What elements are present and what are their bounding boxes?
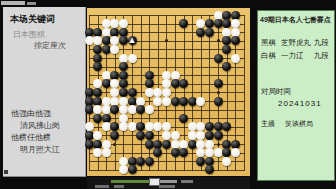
black-stone	[145, 131, 154, 140]
white-stone	[171, 131, 180, 140]
black-stone	[119, 36, 128, 45]
poem-line-1: 他强由他强	[11, 108, 51, 119]
black-stone	[222, 122, 231, 131]
black-stone	[196, 157, 205, 166]
white-stone	[93, 36, 102, 45]
last-move-marker	[129, 38, 135, 43]
keyword-title: 本场关键词	[10, 13, 55, 26]
white-stone	[93, 105, 102, 114]
poem-line-3: 他横任他横	[11, 132, 51, 143]
white-stone	[231, 148, 240, 157]
white-stone	[128, 54, 137, 63]
grid-line-h	[89, 170, 245, 171]
black-stone	[205, 28, 214, 37]
black-stone	[222, 19, 231, 28]
star-point	[113, 143, 116, 146]
black-stone	[179, 97, 188, 106]
white-stone	[222, 157, 231, 166]
white-stone	[196, 122, 205, 131]
black-stone	[119, 79, 128, 88]
white-stone	[93, 79, 102, 88]
white-stone	[110, 19, 119, 28]
black-stone	[93, 88, 102, 97]
black-stone	[214, 54, 223, 63]
keyword-item-1: 日本围棋	[13, 29, 45, 40]
black-stone	[128, 88, 137, 97]
window-chip-left[interactable]	[1, 1, 25, 5]
window-chip-right[interactable]	[27, 2, 36, 5]
keyword-item-2: 排定座次	[34, 40, 66, 51]
black-stone	[145, 79, 154, 88]
white-stone	[205, 148, 214, 157]
white-stone	[119, 19, 128, 28]
white-stone	[162, 79, 171, 88]
white-stone	[196, 131, 205, 140]
white-stone	[231, 19, 240, 28]
white-stone	[110, 88, 119, 97]
host-name: 笑谈棋局	[285, 119, 313, 129]
white-stone	[119, 105, 128, 114]
star-point	[217, 91, 220, 94]
go-board[interactable]	[87, 8, 250, 176]
white-stone	[85, 122, 94, 131]
black-stone	[136, 122, 145, 131]
black-stone	[128, 165, 137, 174]
keyword-panel: 本场关键词 日本围棋 排定座次 他强由他强 清风拂山岗 他横任他横 明月照大江	[3, 7, 86, 177]
white-stone	[162, 88, 171, 97]
black-stone	[179, 114, 188, 123]
black-stone	[110, 131, 119, 140]
black-stone	[222, 62, 231, 71]
black-stone	[205, 131, 214, 140]
black-stone	[119, 88, 128, 97]
black-stone	[179, 19, 188, 28]
black-stone	[162, 140, 171, 149]
white-stone	[196, 97, 205, 106]
white-stone	[153, 122, 162, 131]
game-date: 20241031	[278, 99, 322, 108]
white-stone	[145, 105, 154, 114]
autoplay-button[interactable]	[159, 185, 175, 188]
black-stone	[179, 148, 188, 157]
black-stone	[136, 105, 145, 114]
white-stone	[119, 165, 128, 174]
star-point	[217, 143, 220, 146]
poem-line-2: 清风拂山岗	[20, 120, 60, 131]
black-stone	[231, 36, 240, 45]
white-stone	[231, 54, 240, 63]
game-info-panel: 49期日本名人七番赛点 黑棋 芝野虎丸 九段 白棋 一力辽 九段 对局时间 20…	[257, 10, 335, 181]
panel-resize-handle[interactable]	[4, 170, 8, 174]
next-move-button[interactable]	[114, 185, 124, 188]
white-stone	[93, 148, 102, 157]
grid-line-v	[244, 15, 245, 171]
black-stone	[93, 45, 102, 54]
black-stone	[136, 131, 145, 140]
white-label: 白棋	[261, 51, 276, 61]
white-stone	[93, 131, 102, 140]
black-stone	[93, 62, 102, 71]
black-label: 黑棋	[261, 38, 276, 48]
poem-line-4: 明月照大江	[20, 144, 60, 155]
app-window: 本场关键词 日本围棋 排定座次 他强由他强 清风拂山岗 他横任他横 明月照大江 …	[0, 0, 336, 189]
star-point	[217, 39, 220, 42]
white-stone	[119, 122, 128, 131]
white-stone	[110, 45, 119, 54]
black-stone	[214, 79, 223, 88]
black-stone	[205, 19, 214, 28]
black-player-name: 芝野虎丸	[281, 38, 311, 48]
white-player-name: 一力辽	[281, 51, 304, 61]
prev-move-button[interactable]	[95, 185, 109, 188]
black-stone	[136, 157, 145, 166]
black-stone	[145, 157, 154, 166]
white-stone	[153, 97, 162, 106]
move-slider-fill	[111, 180, 151, 183]
white-stone	[162, 122, 171, 131]
white-stone	[196, 148, 205, 157]
white-stone	[102, 148, 111, 157]
grid-line-h	[89, 118, 245, 119]
white-player-rank: 九段	[314, 51, 329, 61]
black-stone	[222, 148, 231, 157]
move-counter-box	[181, 180, 193, 183]
white-stone	[162, 97, 171, 106]
black-stone	[205, 165, 214, 174]
black-player-rank: 九段	[314, 38, 329, 48]
white-stone	[110, 79, 119, 88]
black-stone	[110, 122, 119, 131]
black-stone	[119, 62, 128, 71]
black-stone	[196, 28, 205, 37]
black-stone	[93, 114, 102, 123]
black-stone	[179, 79, 188, 88]
white-stone	[162, 131, 171, 140]
black-stone	[222, 36, 231, 45]
star-point	[165, 39, 168, 42]
black-stone	[205, 122, 214, 131]
white-stone	[153, 88, 162, 97]
game-time-label: 对局时间	[261, 87, 291, 97]
match-title: 49期日本名人七番赛点	[260, 15, 331, 25]
black-stone	[222, 45, 231, 54]
black-stone	[214, 97, 223, 106]
white-stone	[110, 36, 119, 45]
white-stone	[196, 19, 205, 28]
black-stone	[153, 148, 162, 157]
replay-toolbar	[87, 177, 250, 189]
black-stone	[214, 131, 223, 140]
black-stone	[110, 105, 119, 114]
host-label: 主播	[261, 119, 275, 129]
